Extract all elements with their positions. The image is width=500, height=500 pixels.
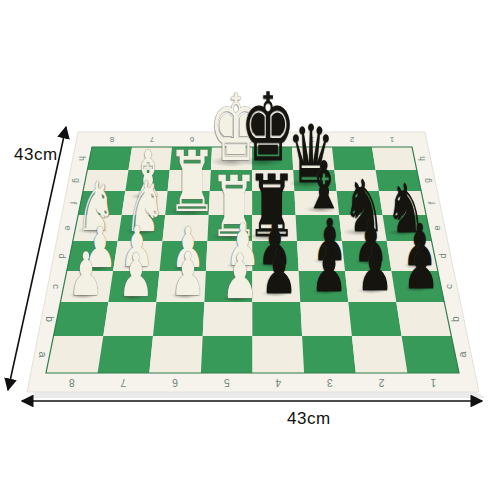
square-b4 xyxy=(252,302,302,336)
square-c7 xyxy=(108,271,159,302)
square-d8 xyxy=(67,241,118,271)
square-d5 xyxy=(206,241,252,271)
square-c5 xyxy=(204,271,252,302)
square-b1 xyxy=(396,302,451,336)
square-a4 xyxy=(252,336,304,373)
coord-label-rank-back-3: 3 xyxy=(309,135,314,144)
square-g6 xyxy=(168,170,211,191)
square-d6 xyxy=(160,241,208,271)
coord-label-rank-back-8: 8 xyxy=(109,135,114,144)
square-e1 xyxy=(383,215,432,241)
square-e4 xyxy=(252,215,297,241)
square-h6 xyxy=(170,147,212,170)
square-e6 xyxy=(163,215,209,241)
square-a8 xyxy=(46,336,103,373)
square-g7 xyxy=(125,170,169,191)
square-c8 xyxy=(61,271,114,302)
coord-label-rank-front-3: 3 xyxy=(327,377,333,389)
square-f6 xyxy=(165,191,210,215)
chessboard: 8877665544332211hhggffeeddccbbaa xyxy=(0,0,500,500)
square-f5 xyxy=(209,191,253,215)
coord-label-rank-back-4: 4 xyxy=(269,135,274,144)
square-e5 xyxy=(207,215,252,241)
height-dimension-label: 43cm xyxy=(14,145,58,165)
square-f3 xyxy=(294,191,339,215)
coord-label-rank-front-5: 5 xyxy=(224,377,230,389)
square-b2 xyxy=(348,302,401,336)
square-a1 xyxy=(402,336,459,373)
square-d3 xyxy=(297,241,345,271)
coord-label-file-left-b: b xyxy=(44,316,55,322)
square-h4 xyxy=(252,147,293,170)
square-a5 xyxy=(201,336,253,373)
square-h3 xyxy=(292,147,334,170)
coord-label-rank-back-1: 1 xyxy=(389,135,394,144)
square-g3 xyxy=(293,170,336,191)
square-c1 xyxy=(391,271,444,302)
coord-label-file-right-h: h xyxy=(418,156,427,161)
square-c4 xyxy=(252,271,300,302)
square-f4 xyxy=(252,191,296,215)
square-h1 xyxy=(372,147,417,170)
square-a3 xyxy=(302,336,356,373)
square-g4 xyxy=(252,170,294,191)
coord-label-rank-back-5: 5 xyxy=(229,135,234,144)
square-b5 xyxy=(203,302,253,336)
square-a7 xyxy=(98,336,153,373)
square-a6 xyxy=(149,336,202,373)
square-g2 xyxy=(334,170,379,191)
square-c2 xyxy=(345,271,396,302)
square-a2 xyxy=(352,336,408,373)
coord-label-rank-front-7: 7 xyxy=(120,377,126,389)
square-h7 xyxy=(129,147,173,170)
square-f7 xyxy=(122,191,168,215)
square-b3 xyxy=(300,302,352,336)
square-b8 xyxy=(54,302,109,336)
square-c6 xyxy=(156,271,206,302)
square-b7 xyxy=(103,302,156,336)
square-f1 xyxy=(379,191,426,215)
coord-label-file-right-e: e xyxy=(432,225,442,230)
square-e2 xyxy=(339,215,387,241)
square-b6 xyxy=(153,302,204,336)
square-d4 xyxy=(252,241,299,271)
square-d7 xyxy=(113,241,162,271)
square-e7 xyxy=(118,215,166,241)
coord-label-rank-front-8: 8 xyxy=(69,377,75,389)
coord-label-file-left-a: a xyxy=(37,351,49,357)
square-e8 xyxy=(73,215,122,241)
coord-label-rank-back-6: 6 xyxy=(189,135,194,144)
square-g1 xyxy=(376,170,422,191)
coord-label-rank-front-2: 2 xyxy=(379,377,385,389)
coord-label-rank-front-1: 1 xyxy=(430,377,436,389)
square-h2 xyxy=(332,147,376,170)
square-h5 xyxy=(211,147,252,170)
square-c3 xyxy=(299,271,349,302)
coord-label-file-right-a: a xyxy=(456,351,468,357)
coord-label-file-left-d: d xyxy=(57,253,68,258)
square-g8 xyxy=(83,170,129,191)
coord-label-rank-back-2: 2 xyxy=(349,135,354,144)
chess-set-product-photo: 8877665544332211hhggffeeddccbbaa ♚♚♛♝♝♜♞… xyxy=(0,0,500,500)
coord-label-rank-front-6: 6 xyxy=(172,377,178,389)
coord-label-rank-front-4: 4 xyxy=(275,377,281,389)
square-g5 xyxy=(210,170,252,191)
coord-label-file-right-b: b xyxy=(450,316,461,322)
square-d1 xyxy=(387,241,438,271)
square-f8 xyxy=(78,191,125,215)
coord-label-file-left-c: c xyxy=(51,284,62,289)
square-e3 xyxy=(296,215,342,241)
square-d2 xyxy=(342,241,392,271)
coord-label-file-right-c: c xyxy=(443,284,454,289)
coord-label-file-right-d: d xyxy=(437,253,448,258)
coord-label-file-left-g: g xyxy=(72,178,82,183)
coord-label-rank-back-7: 7 xyxy=(149,135,154,144)
square-h8 xyxy=(87,147,132,170)
coord-label-file-left-h: h xyxy=(77,156,86,161)
width-dimension-label: 43cm xyxy=(287,409,331,429)
coord-label-file-left-e: e xyxy=(63,225,73,230)
coord-label-file-right-g: g xyxy=(422,178,432,183)
square-f2 xyxy=(337,191,383,215)
